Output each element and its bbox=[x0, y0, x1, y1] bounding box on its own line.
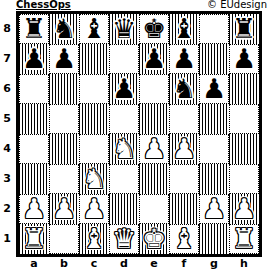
square-f1: ♝ bbox=[169, 224, 199, 254]
white-pawn-c2: ♟ bbox=[82, 194, 106, 224]
square-a6 bbox=[19, 74, 49, 104]
black-knight-b8: ♞ bbox=[52, 14, 76, 44]
square-d7 bbox=[109, 44, 139, 74]
square-b3 bbox=[49, 164, 79, 194]
square-c5 bbox=[79, 104, 109, 134]
square-c4 bbox=[79, 134, 109, 164]
square-h6 bbox=[229, 74, 259, 104]
black-knight-f6: ♞ bbox=[172, 74, 196, 104]
file-label-b: b bbox=[49, 257, 79, 270]
square-d8: ♛ bbox=[109, 14, 139, 44]
square-f4: ♟ bbox=[169, 134, 199, 164]
white-knight-d4: ♞ bbox=[112, 134, 136, 164]
black-rook-h8: ♜ bbox=[232, 14, 256, 44]
square-c2: ♟ bbox=[79, 194, 109, 224]
file-label-f: f bbox=[169, 257, 199, 270]
square-c1: ♝ bbox=[79, 224, 109, 254]
file-label-g: g bbox=[199, 257, 229, 270]
square-h2: ♟ bbox=[229, 194, 259, 224]
square-d6: ♟ bbox=[109, 74, 139, 104]
white-pawn-b2: ♟ bbox=[52, 194, 76, 224]
square-b7: ♟ bbox=[49, 44, 79, 74]
square-h3 bbox=[229, 164, 259, 194]
square-e1: ♚ bbox=[139, 224, 169, 254]
square-h8: ♜ bbox=[229, 14, 259, 44]
rank-label-4: 4 bbox=[0, 134, 14, 164]
square-f8: ♝ bbox=[169, 14, 199, 44]
file-label-a: a bbox=[19, 257, 49, 270]
square-b6 bbox=[49, 74, 79, 104]
white-king-e1: ♚ bbox=[142, 224, 166, 254]
square-d5 bbox=[109, 104, 139, 134]
rank-label-8: 8 bbox=[0, 14, 14, 44]
square-c7 bbox=[79, 44, 109, 74]
black-pawn-a7: ♟ bbox=[22, 44, 46, 74]
copyright-text: © EUdesign bbox=[207, 0, 267, 10]
square-a7: ♟ bbox=[19, 44, 49, 74]
square-a3 bbox=[19, 164, 49, 194]
file-label-h: h bbox=[229, 257, 259, 270]
square-f6: ♞ bbox=[169, 74, 199, 104]
black-pawn-h7: ♟ bbox=[232, 44, 256, 74]
app-title-link[interactable]: ChessOps bbox=[16, 0, 71, 10]
file-label-e: e bbox=[139, 257, 169, 270]
square-e2 bbox=[139, 194, 169, 224]
square-e5 bbox=[139, 104, 169, 134]
square-e3 bbox=[139, 164, 169, 194]
square-a5 bbox=[19, 104, 49, 134]
white-pawn-e4: ♟ bbox=[142, 134, 166, 164]
white-pawn-a2: ♟ bbox=[22, 194, 46, 224]
black-bishop-c8: ♝ bbox=[82, 14, 106, 44]
white-knight-c3: ♞ bbox=[82, 164, 106, 194]
file-label-c: c bbox=[79, 257, 109, 270]
square-b1 bbox=[49, 224, 79, 254]
chess-diagram: ChessOps © EUdesign 87654321 ♜♞♝♛♚♝♜♟♟♟♟… bbox=[0, 0, 270, 270]
square-d3 bbox=[109, 164, 139, 194]
square-a8: ♜ bbox=[19, 14, 49, 44]
square-f2 bbox=[169, 194, 199, 224]
square-e8: ♚ bbox=[139, 14, 169, 44]
rank-label-5: 5 bbox=[0, 104, 14, 134]
board: ♜♞♝♛♚♝♜♟♟♟♟♟♟♞♟♞♟♟♞♟♟♟♟♟♜♝♛♚♝♜ bbox=[19, 14, 259, 254]
file-labels: abcdefgh bbox=[19, 257, 259, 270]
square-g4 bbox=[199, 134, 229, 164]
square-a2: ♟ bbox=[19, 194, 49, 224]
white-bishop-c1: ♝ bbox=[82, 224, 106, 254]
white-bishop-f1: ♝ bbox=[172, 224, 196, 254]
square-h1: ♜ bbox=[229, 224, 259, 254]
square-g6: ♟ bbox=[199, 74, 229, 104]
square-a1: ♜ bbox=[19, 224, 49, 254]
white-pawn-f4: ♟ bbox=[172, 134, 196, 164]
black-bishop-f8: ♝ bbox=[172, 14, 196, 44]
black-queen-d8: ♛ bbox=[112, 14, 136, 44]
square-g8 bbox=[199, 14, 229, 44]
square-b5 bbox=[49, 104, 79, 134]
rank-label-6: 6 bbox=[0, 74, 14, 104]
square-g5 bbox=[199, 104, 229, 134]
square-e4: ♟ bbox=[139, 134, 169, 164]
square-g7 bbox=[199, 44, 229, 74]
square-g2: ♟ bbox=[199, 194, 229, 224]
square-h7: ♟ bbox=[229, 44, 259, 74]
black-pawn-e7: ♟ bbox=[142, 44, 166, 74]
square-h5 bbox=[229, 104, 259, 134]
white-pawn-g2: ♟ bbox=[202, 194, 226, 224]
square-c3: ♞ bbox=[79, 164, 109, 194]
black-pawn-d6: ♟ bbox=[112, 74, 136, 104]
square-b8: ♞ bbox=[49, 14, 79, 44]
square-d1: ♛ bbox=[109, 224, 139, 254]
rank-label-1: 1 bbox=[0, 224, 14, 254]
black-pawn-g6: ♟ bbox=[202, 74, 226, 104]
square-c6 bbox=[79, 74, 109, 104]
rank-label-3: 3 bbox=[0, 164, 14, 194]
white-rook-h1: ♜ bbox=[232, 224, 256, 254]
square-b4 bbox=[49, 134, 79, 164]
black-king-e8: ♚ bbox=[142, 14, 166, 44]
square-f3 bbox=[169, 164, 199, 194]
square-e7: ♟ bbox=[139, 44, 169, 74]
black-pawn-b7: ♟ bbox=[52, 44, 76, 74]
rank-labels: 87654321 bbox=[0, 14, 14, 254]
square-c8: ♝ bbox=[79, 14, 109, 44]
square-b2: ♟ bbox=[49, 194, 79, 224]
rank-label-7: 7 bbox=[0, 44, 14, 74]
square-h4 bbox=[229, 134, 259, 164]
square-e6 bbox=[139, 74, 169, 104]
file-label-d: d bbox=[109, 257, 139, 270]
white-rook-a1: ♜ bbox=[22, 224, 46, 254]
square-f7: ♟ bbox=[169, 44, 199, 74]
square-g3 bbox=[199, 164, 229, 194]
black-pawn-f7: ♟ bbox=[172, 44, 196, 74]
square-d2 bbox=[109, 194, 139, 224]
square-a4 bbox=[19, 134, 49, 164]
square-g1 bbox=[199, 224, 229, 254]
square-f5 bbox=[169, 104, 199, 134]
square-d4: ♞ bbox=[109, 134, 139, 164]
black-rook-a8: ♜ bbox=[22, 14, 46, 44]
white-pawn-h2: ♟ bbox=[232, 194, 256, 224]
white-queen-d1: ♛ bbox=[112, 224, 136, 254]
rank-label-2: 2 bbox=[0, 194, 14, 224]
board-frame: ♜♞♝♛♚♝♜♟♟♟♟♟♟♞♟♞♟♟♞♟♟♟♟♟♜♝♛♚♝♜ bbox=[16, 11, 262, 257]
